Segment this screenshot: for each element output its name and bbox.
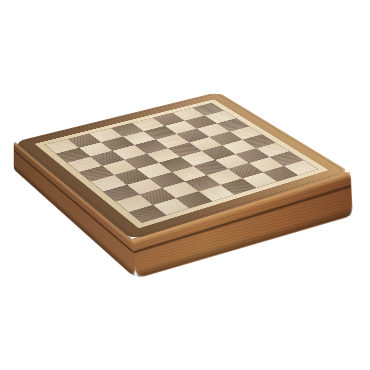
product-photo-canvas — [0, 0, 370, 370]
